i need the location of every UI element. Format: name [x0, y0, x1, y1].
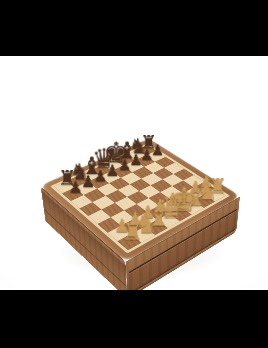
black-queen: ♛: [92, 146, 116, 173]
black-rook: ♜: [141, 133, 158, 152]
product-photo: ♜♞♝♛♚♝♞♜♟♟♟♟♟♟♟♟♟♟♟♟♟♟♟♟♜♞♝♛♚♝♞♜: [0, 0, 268, 348]
perspective-scene: ♜♞♝♛♚♝♞♜♟♟♟♟♟♟♟♟♟♟♟♟♟♟♟♟♜♞♝♛♚♝♞♜: [0, 56, 268, 290]
photo-background: ♜♞♝♛♚♝♞♜♟♟♟♟♟♟♟♟♟♟♟♟♟♟♟♟♜♞♝♛♚♝♞♜: [0, 56, 268, 290]
letterbox-bottom: [0, 290, 268, 348]
white-pawn: ♟: [200, 174, 214, 190]
letterbox-top: [0, 0, 268, 56]
square-h3: [183, 175, 204, 187]
chess-box: ♜♞♝♛♚♝♞♜♟♟♟♟♟♟♟♟♟♟♟♟♟♟♟♟♜♞♝♛♚♝♞♜: [40, 139, 240, 262]
white-rook: ♜: [208, 176, 227, 197]
square-c4: [114, 197, 136, 211]
